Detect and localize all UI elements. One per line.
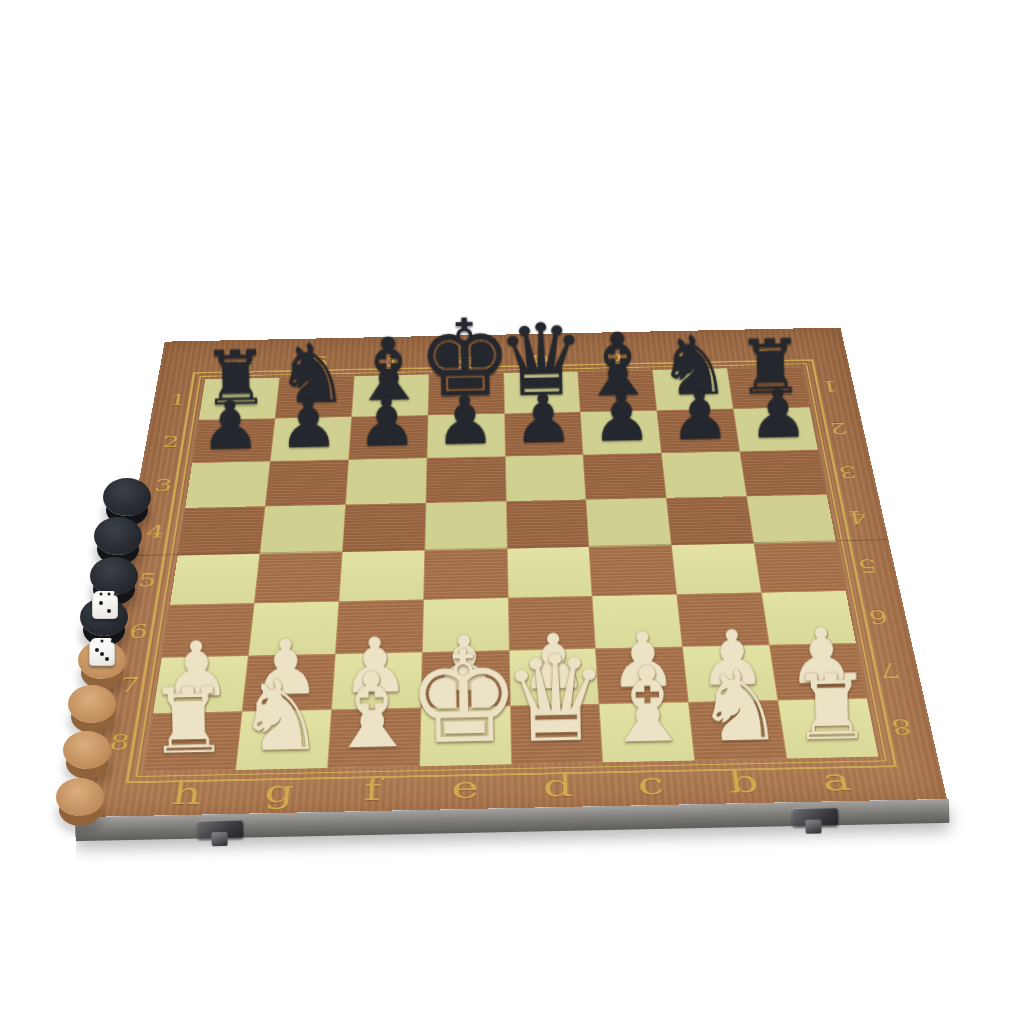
piece-black-pawn[interactable]: ♟ [747,380,808,448]
piece-white-bishop[interactable]: ♝ [600,653,695,759]
square-e5[interactable] [424,549,508,600]
square-c8[interactable]: ♝ [600,702,695,762]
square-f3[interactable] [346,458,427,504]
square-d8[interactable]: ♛ [510,704,602,764]
die-pip [108,592,111,595]
square-f2[interactable]: ♟ [349,415,427,459]
chess-board: hgfedcba hgfedcba 12345678 12345678 ♜♞♝♚… [77,328,947,818]
square-c4[interactable] [587,498,671,546]
file-label-top-d: d [503,349,578,372]
square-e4[interactable] [425,501,506,549]
metal-clasp-right [792,807,838,826]
square-h4[interactable] [178,506,265,555]
rank-label-right-5: 5 [841,540,894,590]
square-f4[interactable] [343,503,426,551]
file-label-top-e: e [429,350,503,374]
die-pip [107,609,111,613]
file-label-bottom-h: h [138,773,236,814]
board-grid: ♜♞♝♚♛♝♞♜♟♟♟♟♟♟♟♟♟♟♟♟♟♟♟♟♜♞♝♚♛♝♞♜ [144,367,878,772]
square-f5[interactable] [339,550,424,601]
file-label-bottom-d: d [511,765,605,805]
file-label-top-c: c [576,347,652,370]
piece-black-pawn[interactable]: ♟ [278,390,339,458]
wood-checker-disc[interactable] [56,778,104,816]
black-checker-disc[interactable] [103,478,151,516]
chess-board-3d: hgfedcba hgfedcba 12345678 12345678 ♜♞♝♚… [77,328,947,818]
square-b8[interactable]: ♞ [689,701,786,761]
die-pip [99,592,102,595]
square-b5[interactable] [672,543,761,594]
square-a5[interactable] [754,542,845,593]
square-d4[interactable] [506,500,588,548]
square-e8[interactable]: ♚ [420,706,511,766]
piece-white-rook[interactable]: ♜ [148,676,230,768]
playing-area: ♜♞♝♚♛♝♞♜♟♟♟♟♟♟♟♟♟♟♟♟♟♟♟♟♜♞♝♚♛♝♞♜ [144,367,878,772]
file-label-bottom-c: c [603,763,699,803]
file-label-bottom-e: e [418,767,512,807]
piece-white-knight[interactable]: ♞ [236,666,326,766]
piece-black-pawn[interactable]: ♟ [513,385,574,453]
square-a8[interactable]: ♜ [779,699,879,759]
rank-label-right-3: 3 [823,449,873,494]
white-die[interactable] [89,642,115,666]
metal-clasp-left [198,820,244,839]
piece-white-knight[interactable]: ♞ [695,657,785,757]
file-label-top-g: g [280,353,356,377]
piece-black-pawn[interactable]: ♟ [356,388,417,456]
square-d5[interactable] [507,547,592,598]
square-g8[interactable]: ♞ [236,710,331,770]
square-b4[interactable] [667,496,754,544]
square-a2[interactable]: ♟ [734,407,818,451]
square-d3[interactable] [505,455,585,501]
rank-label-right-7: 7 [861,642,918,698]
square-b3[interactable] [662,452,746,498]
rank-label-right-2: 2 [814,406,863,449]
die-pip [100,652,104,656]
piece-white-rook[interactable]: ♜ [790,663,872,755]
file-label-top-b: b [650,346,727,369]
die-pip [99,601,103,605]
rank-label-left-2: 2 [147,420,194,464]
die-pip [95,648,99,652]
black-checker-disc[interactable] [90,557,138,595]
product-photo-scene: hgfedcba hgfedcba 12345678 12345678 ♜♞♝♚… [0,0,1024,1024]
die-pip [101,639,104,642]
white-die[interactable] [92,595,118,619]
file-label-bottom-b: b [695,761,793,801]
rank-label-right-8: 8 [873,697,932,756]
square-e2[interactable]: ♟ [427,414,504,458]
piece-black-pawn[interactable]: ♟ [669,382,730,450]
square-h3[interactable] [185,461,269,507]
file-label-top-f: f [354,352,429,376]
square-h2[interactable]: ♟ [192,419,274,463]
square-h8[interactable]: ♜ [144,712,241,772]
square-e3[interactable] [426,456,505,502]
piece-black-pawn[interactable]: ♟ [200,392,261,460]
die-pip [105,657,109,661]
wood-checker-disc[interactable] [63,731,111,769]
square-c3[interactable] [584,453,666,499]
rank-label-right-4: 4 [832,493,884,541]
piece-black-pawn[interactable]: ♟ [591,384,652,452]
file-label-top-h: h [205,355,282,379]
file-label-top-a: a [723,344,801,367]
square-d2[interactable]: ♟ [505,412,583,456]
rank-label-right-6: 6 [851,590,906,643]
rank-label-right-1: 1 [806,366,853,407]
file-label-bottom-a: a [787,759,886,799]
square-g5[interactable] [255,552,342,603]
square-a4[interactable] [747,495,836,543]
square-a3[interactable] [740,450,826,496]
rank-label-left-1: 1 [155,379,201,421]
square-c5[interactable] [590,545,677,596]
square-h5[interactable] [170,554,259,605]
file-label-bottom-g: g [231,771,327,811]
square-g4[interactable] [260,505,345,553]
square-b2[interactable]: ♟ [657,409,739,453]
piece-black-pawn[interactable]: ♟ [435,387,496,455]
square-c2[interactable]: ♟ [581,411,661,455]
piece-white-queen[interactable]: ♛ [501,639,610,760]
square-g3[interactable] [266,460,348,506]
wood-checker-disc[interactable] [68,685,116,723]
black-checker-disc[interactable] [94,517,142,555]
file-label-bottom-f: f [325,769,420,809]
square-g2[interactable]: ♟ [271,417,351,461]
